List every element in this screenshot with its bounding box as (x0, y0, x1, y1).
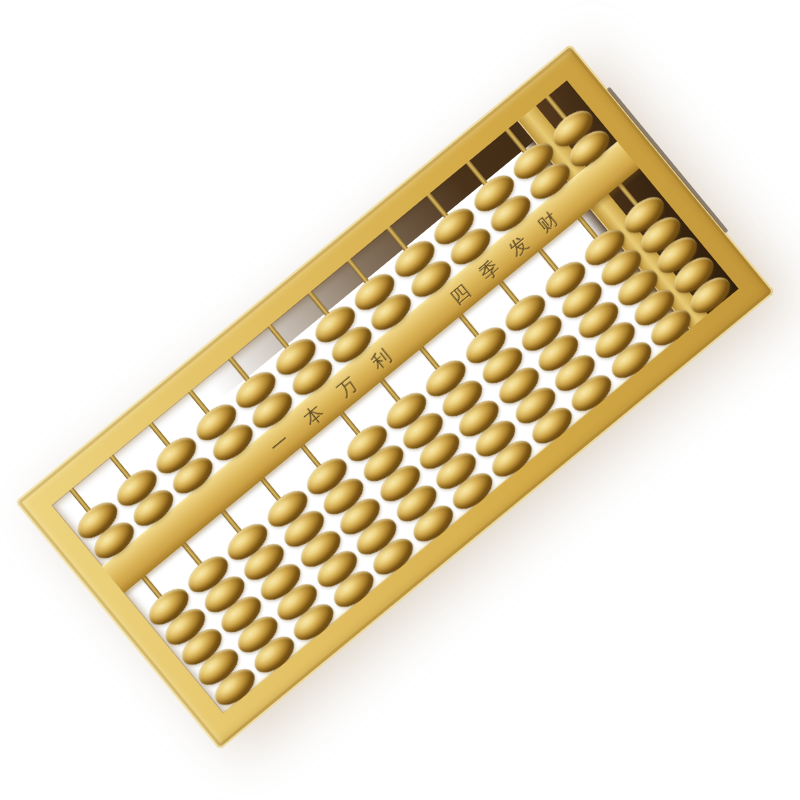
photo-background: 一本万利 四季发财 (0, 0, 800, 800)
abacus: 一本万利 四季发财 (15, 44, 775, 750)
